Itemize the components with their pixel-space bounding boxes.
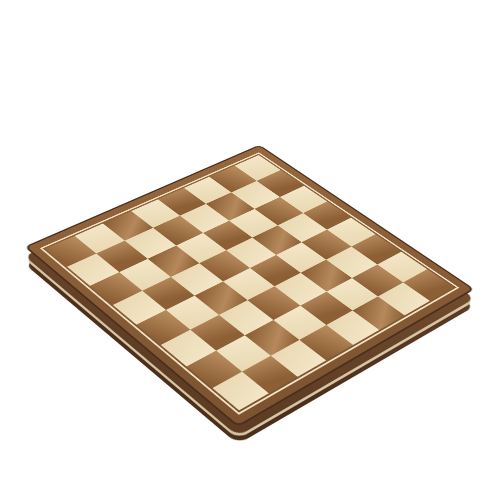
board-surface xyxy=(24,145,475,427)
product-photo-background xyxy=(0,0,500,500)
board-grid xyxy=(45,155,453,410)
